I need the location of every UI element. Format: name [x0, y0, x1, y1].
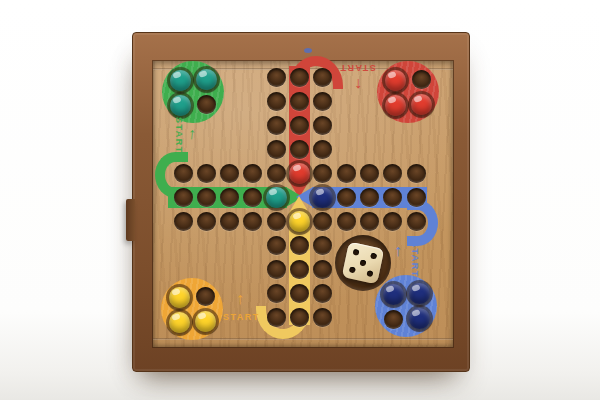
- board-hole: [313, 68, 332, 87]
- board-hole: [313, 212, 332, 231]
- die-pip: [359, 259, 366, 266]
- board-hole: [267, 260, 286, 279]
- board-hole: [243, 164, 262, 183]
- photo-background: START ↑ START ↓ START ↑ START ↑: [0, 0, 600, 400]
- board-hole: [313, 92, 332, 111]
- board-hole: [407, 212, 426, 231]
- start-text: START: [223, 312, 260, 322]
- board-hole: [267, 308, 286, 327]
- yard-hole: [412, 70, 431, 89]
- die-pip: [349, 266, 356, 273]
- die-pip: [366, 270, 373, 277]
- board-hole: [407, 164, 426, 183]
- board-hole: [313, 164, 332, 183]
- blue-peg[interactable]: [312, 187, 333, 208]
- green-peg[interactable]: [266, 187, 287, 208]
- game-box: START ↑ START ↓ START ↑ START ↑: [132, 32, 470, 372]
- board-hole: [337, 188, 356, 207]
- green-yard: [162, 61, 224, 123]
- die-pip: [353, 249, 360, 256]
- box-slide-tab: [126, 199, 135, 241]
- green-peg[interactable]: [170, 95, 191, 116]
- board-hole: [220, 164, 239, 183]
- yellow-yard: [161, 278, 223, 340]
- board-hole: [267, 284, 286, 303]
- board-hole: [313, 284, 332, 303]
- board-hole: [174, 188, 193, 207]
- start-text: START: [174, 117, 184, 154]
- board-hole: [267, 164, 286, 183]
- blue-start-label: START ↑: [410, 241, 420, 280]
- board-panel: START ↑ START ↓ START ↑ START ↑: [153, 61, 453, 347]
- red-start-label: START ↓: [339, 63, 376, 73]
- board-hole: [267, 212, 286, 231]
- board-hole: [383, 164, 402, 183]
- board-hole: [407, 188, 426, 207]
- yellow-peg[interactable]: [289, 211, 310, 232]
- board-hole: [290, 260, 309, 279]
- yellow-peg[interactable]: [169, 287, 190, 308]
- board-hole: [267, 236, 286, 255]
- yard-hole: [196, 287, 215, 306]
- green-peg[interactable]: [196, 69, 217, 90]
- board-hole: [174, 212, 193, 231]
- die-pip: [370, 253, 377, 260]
- board-hole: [313, 140, 332, 159]
- board-hole: [313, 236, 332, 255]
- board-hole: [243, 212, 262, 231]
- board-hole: [174, 164, 193, 183]
- board-hole: [243, 188, 262, 207]
- board-hole: [290, 92, 309, 111]
- board-hole: [290, 284, 309, 303]
- board-hole: [337, 164, 356, 183]
- die[interactable]: [342, 242, 385, 285]
- yard-hole: [384, 310, 403, 329]
- board-hole: [267, 68, 286, 87]
- board-hole: [360, 212, 379, 231]
- blue-peg[interactable]: [409, 308, 430, 329]
- board-hole: [197, 164, 216, 183]
- board-hole: [290, 308, 309, 327]
- up-arrow-icon: ↑: [236, 291, 244, 307]
- board-hole: [197, 188, 216, 207]
- board-hole: [267, 116, 286, 135]
- board-hole: [220, 188, 239, 207]
- blue-peg[interactable]: [383, 284, 404, 305]
- board-hole: [197, 212, 216, 231]
- dice-recess: [335, 235, 391, 291]
- start-text: START: [339, 63, 376, 73]
- board-hole: [313, 260, 332, 279]
- yellow-start-label: START ↑: [223, 312, 260, 322]
- board-hole: [360, 164, 379, 183]
- up-arrow-icon: ↑: [394, 243, 402, 259]
- board-hole: [360, 188, 379, 207]
- board-hole: [313, 116, 332, 135]
- board-hole: [267, 92, 286, 111]
- blue-yard: [375, 275, 437, 337]
- board-hole: [313, 308, 332, 327]
- board-hole: [383, 212, 402, 231]
- up-arrow-icon: ↑: [187, 126, 197, 143]
- red-peg[interactable]: [385, 95, 406, 116]
- blue-peg[interactable]: [409, 283, 430, 304]
- start-text: START: [410, 241, 420, 278]
- yellow-peg[interactable]: [169, 312, 190, 333]
- red-peg[interactable]: [289, 163, 310, 184]
- green-start-label: START ↑: [174, 117, 184, 156]
- red-peg[interactable]: [411, 94, 432, 115]
- board-hole: [337, 212, 356, 231]
- red-yard: [377, 61, 439, 123]
- board-hole: [290, 236, 309, 255]
- board-hole: [383, 188, 402, 207]
- yellow-peg[interactable]: [195, 311, 216, 332]
- board-hole: [220, 212, 239, 231]
- yard-hole: [197, 95, 216, 114]
- board-hole: [267, 140, 286, 159]
- red-peg[interactable]: [385, 70, 406, 91]
- green-peg[interactable]: [170, 70, 191, 91]
- board-hole: [290, 140, 309, 159]
- board-hole: [290, 68, 309, 87]
- board-hole: [290, 116, 309, 135]
- paint-mark: [304, 48, 312, 53]
- down-arrow-icon: ↓: [354, 75, 362, 91]
